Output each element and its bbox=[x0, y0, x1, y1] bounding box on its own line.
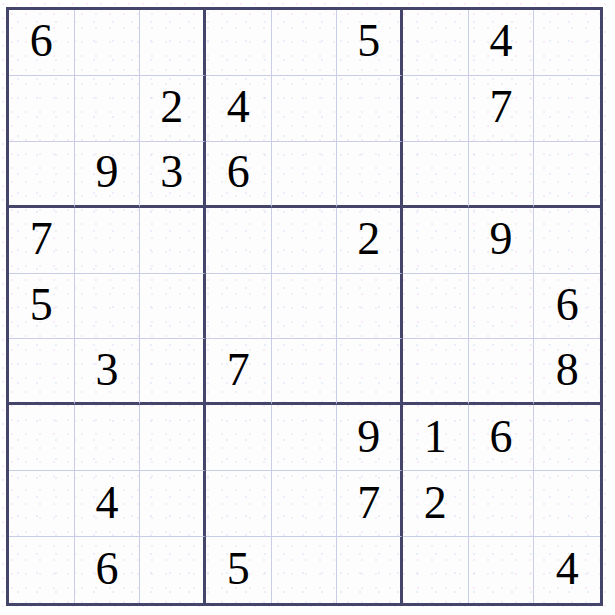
cell-r6c5[interactable] bbox=[272, 339, 338, 405]
given-digit: 6 bbox=[489, 414, 512, 460]
given-digit: 7 bbox=[227, 347, 250, 393]
given-digit: 1 bbox=[424, 414, 447, 460]
given-digit: 6 bbox=[556, 282, 579, 328]
cell-r9c9[interactable]: 4 bbox=[534, 537, 600, 603]
cell-r2c2[interactable] bbox=[75, 76, 141, 142]
given-digit: 4 bbox=[556, 546, 579, 592]
cell-r1c3[interactable] bbox=[140, 10, 206, 76]
cell-r4c9[interactable] bbox=[534, 208, 600, 274]
cell-r4c2[interactable] bbox=[75, 208, 141, 274]
cell-r2c9[interactable] bbox=[534, 76, 600, 142]
given-digit: 6 bbox=[227, 149, 250, 195]
cell-r2c6[interactable] bbox=[337, 76, 403, 142]
cell-r1c8[interactable]: 4 bbox=[469, 10, 535, 76]
cell-r7c6[interactable]: 9 bbox=[337, 405, 403, 471]
cell-r1c9[interactable] bbox=[534, 10, 600, 76]
cell-r2c7[interactable] bbox=[403, 76, 469, 142]
given-digit: 9 bbox=[357, 414, 380, 460]
cell-r8c4[interactable] bbox=[206, 471, 272, 537]
cell-r1c7[interactable] bbox=[403, 10, 469, 76]
cell-r8c7[interactable]: 2 bbox=[403, 471, 469, 537]
cell-r6c9[interactable]: 8 bbox=[534, 339, 600, 405]
cell-r9c2[interactable]: 6 bbox=[75, 537, 141, 603]
cell-r1c6[interactable]: 5 bbox=[337, 10, 403, 76]
cell-r9c3[interactable] bbox=[140, 537, 206, 603]
cell-r7c7[interactable]: 1 bbox=[403, 405, 469, 471]
cell-r7c5[interactable] bbox=[272, 405, 338, 471]
given-digit: 3 bbox=[95, 347, 118, 393]
cell-r8c2[interactable]: 4 bbox=[75, 471, 141, 537]
cell-r5c7[interactable] bbox=[403, 274, 469, 340]
cell-r1c5[interactable] bbox=[272, 10, 338, 76]
cell-r2c5[interactable] bbox=[272, 76, 338, 142]
cell-r9c7[interactable] bbox=[403, 537, 469, 603]
given-digit: 6 bbox=[95, 546, 118, 592]
given-digit: 3 bbox=[160, 149, 183, 195]
cell-r1c4[interactable] bbox=[206, 10, 272, 76]
sudoku-board: 65424793672956378916472654 bbox=[6, 7, 603, 606]
cell-r3c5[interactable] bbox=[272, 142, 338, 208]
cell-r6c8[interactable] bbox=[469, 339, 535, 405]
cell-r8c6[interactable]: 7 bbox=[337, 471, 403, 537]
cell-r6c4[interactable]: 7 bbox=[206, 339, 272, 405]
cell-r3c6[interactable] bbox=[337, 142, 403, 208]
cell-r6c1[interactable] bbox=[9, 339, 75, 405]
cell-r8c9[interactable] bbox=[534, 471, 600, 537]
cell-r7c4[interactable] bbox=[206, 405, 272, 471]
cell-r2c4[interactable]: 4 bbox=[206, 76, 272, 142]
given-digit: 4 bbox=[227, 84, 250, 130]
cell-r4c6[interactable]: 2 bbox=[337, 208, 403, 274]
given-digit: 5 bbox=[227, 546, 250, 592]
cell-r5c8[interactable] bbox=[469, 274, 535, 340]
given-digit: 7 bbox=[357, 480, 380, 526]
cell-r8c8[interactable] bbox=[469, 471, 535, 537]
given-digit: 2 bbox=[160, 84, 183, 130]
cell-r5c3[interactable] bbox=[140, 274, 206, 340]
given-digit: 6 bbox=[30, 18, 53, 64]
given-digit: 4 bbox=[95, 480, 118, 526]
cell-r7c1[interactable] bbox=[9, 405, 75, 471]
cell-r7c2[interactable] bbox=[75, 405, 141, 471]
cell-r4c4[interactable] bbox=[206, 208, 272, 274]
given-digit: 9 bbox=[489, 216, 512, 262]
cell-r2c1[interactable] bbox=[9, 76, 75, 142]
cell-r3c7[interactable] bbox=[403, 142, 469, 208]
given-digit: 7 bbox=[489, 84, 512, 130]
cell-r9c4[interactable]: 5 bbox=[206, 537, 272, 603]
given-digit: 8 bbox=[556, 347, 579, 393]
cell-r3c8[interactable] bbox=[469, 142, 535, 208]
cell-r6c3[interactable] bbox=[140, 339, 206, 405]
cell-r9c1[interactable] bbox=[9, 537, 75, 603]
cell-r4c8[interactable]: 9 bbox=[469, 208, 535, 274]
cell-r3c1[interactable] bbox=[9, 142, 75, 208]
given-digit: 4 bbox=[489, 18, 512, 64]
cell-r8c1[interactable] bbox=[9, 471, 75, 537]
cell-r5c6[interactable] bbox=[337, 274, 403, 340]
cell-r4c3[interactable] bbox=[140, 208, 206, 274]
given-digit: 5 bbox=[357, 18, 380, 64]
cell-r4c7[interactable] bbox=[403, 208, 469, 274]
cell-r3c3[interactable]: 3 bbox=[140, 142, 206, 208]
cell-r4c5[interactable] bbox=[272, 208, 338, 274]
cell-r5c1[interactable]: 5 bbox=[9, 274, 75, 340]
cell-r7c8[interactable]: 6 bbox=[469, 405, 535, 471]
given-digit: 2 bbox=[357, 216, 380, 262]
cell-r1c2[interactable] bbox=[75, 10, 141, 76]
cell-r9c8[interactable] bbox=[469, 537, 535, 603]
cell-r8c5[interactable] bbox=[272, 471, 338, 537]
cell-r5c5[interactable] bbox=[272, 274, 338, 340]
cell-r4c1[interactable]: 7 bbox=[9, 208, 75, 274]
cell-r5c9[interactable]: 6 bbox=[534, 274, 600, 340]
given-digit: 2 bbox=[424, 480, 447, 526]
cell-r7c3[interactable] bbox=[140, 405, 206, 471]
cell-r5c4[interactable] bbox=[206, 274, 272, 340]
cell-r5c2[interactable] bbox=[75, 274, 141, 340]
cell-r8c3[interactable] bbox=[140, 471, 206, 537]
cell-r3c2[interactable]: 9 bbox=[75, 142, 141, 208]
cell-r1c1[interactable]: 6 bbox=[9, 10, 75, 76]
cell-r2c8[interactable]: 7 bbox=[469, 76, 535, 142]
cell-r7c9[interactable] bbox=[534, 405, 600, 471]
cell-r2c3[interactable]: 2 bbox=[140, 76, 206, 142]
cell-r6c7[interactable] bbox=[403, 339, 469, 405]
given-digit: 7 bbox=[30, 216, 53, 262]
cell-r3c9[interactable] bbox=[534, 142, 600, 208]
cell-r6c2[interactable]: 3 bbox=[75, 339, 141, 405]
cell-r6c6[interactable] bbox=[337, 339, 403, 405]
cell-r9c6[interactable] bbox=[337, 537, 403, 603]
cell-r3c4[interactable]: 6 bbox=[206, 142, 272, 208]
cell-r9c5[interactable] bbox=[272, 537, 338, 603]
given-digit: 5 bbox=[30, 282, 53, 328]
given-digit: 9 bbox=[95, 149, 118, 195]
